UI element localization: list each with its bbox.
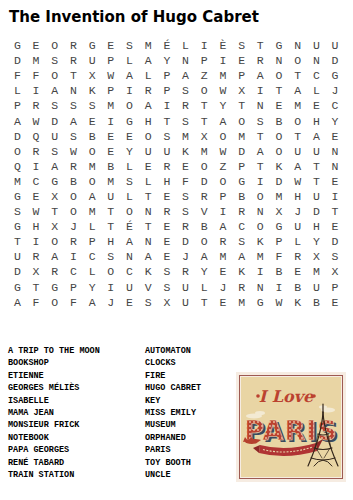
- grid-cell: E: [101, 144, 120, 159]
- grid-cell: T: [251, 38, 270, 53]
- grid-cell: T: [307, 159, 326, 174]
- grid-cell: J: [64, 219, 83, 234]
- grid-cell: K: [288, 295, 307, 310]
- grid-cell: L: [176, 38, 195, 53]
- grid-cell: H: [27, 219, 46, 234]
- grid-cell: O: [270, 68, 289, 83]
- grid-cell: L: [83, 264, 102, 279]
- grid-cell: X: [45, 189, 64, 204]
- grid-cell: B: [288, 280, 307, 295]
- grid-cell: D: [195, 174, 214, 189]
- grid-cell: N: [64, 83, 83, 98]
- grid-cell: A: [307, 129, 326, 144]
- grid-cell: R: [195, 189, 214, 204]
- grid-cell: S: [83, 98, 102, 113]
- grid-cell: X: [45, 219, 64, 234]
- grid-cell: N: [251, 98, 270, 113]
- grid-cell: R: [158, 204, 177, 219]
- grid-cell: J: [176, 249, 195, 264]
- grid-cell: T: [232, 98, 251, 113]
- grid-cell: U: [83, 53, 102, 68]
- grid-cell: E: [214, 264, 233, 279]
- grid-cell: T: [270, 83, 289, 98]
- grid-cell: T: [326, 204, 345, 219]
- grid-cell: I: [64, 249, 83, 264]
- word-list-item: MUSEUM: [145, 419, 201, 431]
- grid-cell: N: [326, 159, 345, 174]
- grid-cell: E: [139, 159, 158, 174]
- grid-cell: H: [158, 174, 177, 189]
- grid-cell: I: [101, 113, 120, 128]
- grid-cell: S: [158, 264, 177, 279]
- grid-cell: Y: [307, 234, 326, 249]
- grid-cell: K: [232, 264, 251, 279]
- grid-cell: A: [176, 68, 195, 83]
- word-list-item: HUGO CABRET: [145, 382, 201, 394]
- grid-cell: P: [64, 280, 83, 295]
- grid-cell: R: [251, 53, 270, 68]
- grid-cell: P: [101, 53, 120, 68]
- grid-cell: F: [64, 295, 83, 310]
- grid-cell: D: [326, 234, 345, 249]
- grid-cell: M: [101, 98, 120, 113]
- grid-cell: I: [214, 204, 233, 219]
- grid-cell: R: [176, 264, 195, 279]
- word-list-column-1: A TRIP TO THE MOONBOOKSHOPETIENNEGEORGES…: [8, 345, 100, 481]
- grid-cell: R: [64, 53, 83, 68]
- grid-cell: J: [326, 83, 345, 98]
- grid-cell: T: [101, 204, 120, 219]
- grid-cell: A: [64, 113, 83, 128]
- grid-cell: A: [83, 295, 102, 310]
- grid-cell: O: [270, 129, 289, 144]
- grid-cell: K: [270, 159, 289, 174]
- grid-cell: P: [101, 83, 120, 98]
- grid-cell: S: [64, 129, 83, 144]
- grid-cell: I: [27, 159, 46, 174]
- grid-cell: S: [176, 83, 195, 98]
- word-list-item: A TRIP TO THE MOON: [8, 345, 100, 357]
- grid-cell: W: [270, 295, 289, 310]
- grid-cell: C: [83, 249, 102, 264]
- grid-cell: O: [139, 129, 158, 144]
- word-list-item: FIRE: [145, 370, 201, 382]
- page-title: The Invention of Hugo Cabret: [9, 8, 259, 26]
- grid-cell: M: [214, 68, 233, 83]
- grid-cell: P: [270, 234, 289, 249]
- grid-cell: G: [120, 113, 139, 128]
- grid-cell: W: [214, 83, 233, 98]
- grid-cell: T: [195, 295, 214, 310]
- grid-cell: M: [232, 295, 251, 310]
- word-list-column-2: AUTOMATONCLOCKSFIREHUGO CABRETKEYMISS EM…: [145, 345, 201, 481]
- grid-cell: F: [176, 174, 195, 189]
- grid-cell: H: [101, 234, 120, 249]
- grid-cell: L: [8, 83, 27, 98]
- grid-cell: V: [195, 204, 214, 219]
- grid-cell: A: [120, 234, 139, 249]
- grid-cell: O: [45, 234, 64, 249]
- grid-cell: R: [27, 249, 46, 264]
- grid-cell: P: [158, 68, 177, 83]
- word-list-item: GEORGES MÉLIÈS: [8, 382, 100, 394]
- grid-cell: Z: [195, 68, 214, 83]
- grid-cell: W: [101, 68, 120, 83]
- grid-cell: A: [232, 249, 251, 264]
- grid-cell: N: [251, 204, 270, 219]
- grid-cell: U: [8, 249, 27, 264]
- grid-cell: Y: [214, 98, 233, 113]
- grid-cell: L: [139, 174, 158, 189]
- grid-cell: R: [27, 144, 46, 159]
- grid-cell: P: [158, 83, 177, 98]
- word-list-item: AUTOMATON: [145, 345, 201, 357]
- grid-cell: P: [195, 53, 214, 68]
- grid-cell: V: [139, 280, 158, 295]
- word-list-item: ISABELLE: [8, 395, 100, 407]
- grid-cell: S: [158, 280, 177, 295]
- grid-cell: O: [83, 174, 102, 189]
- grid-cell: O: [64, 189, 83, 204]
- grid-cell: B: [270, 264, 289, 279]
- grid-cell: C: [64, 264, 83, 279]
- grid-cell: B: [307, 295, 326, 310]
- grid-cell: O: [45, 68, 64, 83]
- grid-cell: E: [232, 53, 251, 68]
- grid-cell: S: [45, 144, 64, 159]
- grid-cell: S: [232, 234, 251, 249]
- grid-cell: D: [307, 204, 326, 219]
- grid-cell: U: [326, 38, 345, 53]
- grid-cell: T: [8, 234, 27, 249]
- word-list-item: MISS EMILY: [145, 407, 201, 419]
- grid-cell: E: [101, 38, 120, 53]
- grid-cell: S: [158, 129, 177, 144]
- grid-cell: S: [8, 204, 27, 219]
- grid-cell: M: [195, 144, 214, 159]
- grid-cell: T: [288, 129, 307, 144]
- grid-cell: U: [101, 189, 120, 204]
- grid-cell: S: [326, 249, 345, 264]
- grid-cell: M: [83, 204, 102, 219]
- word-list-item: PARIS: [145, 444, 201, 456]
- grid-cell: M: [8, 174, 27, 189]
- grid-cell: X: [27, 264, 46, 279]
- grid-cell: O: [45, 38, 64, 53]
- grid-cell: M: [101, 174, 120, 189]
- grid-cell: H: [288, 189, 307, 204]
- grid-cell: D: [176, 234, 195, 249]
- grid-cell: E: [158, 189, 177, 204]
- grid-cell: F: [270, 249, 289, 264]
- grid-cell: R: [232, 204, 251, 219]
- grid-cell: R: [64, 159, 83, 174]
- grid-cell: E: [326, 295, 345, 310]
- grid-cell: X: [195, 129, 214, 144]
- grid-cell: A: [139, 98, 158, 113]
- grid-cell: U: [120, 280, 139, 295]
- grid-cell: U: [307, 144, 326, 159]
- grid-cell: A: [139, 249, 158, 264]
- grid-cell: I: [101, 280, 120, 295]
- grid-cell: X: [158, 295, 177, 310]
- grid-cell: J: [288, 204, 307, 219]
- grid-cell: X: [307, 249, 326, 264]
- grid-cell: M: [27, 53, 46, 68]
- grid-cell: J: [101, 295, 120, 310]
- grid-cell: A: [139, 53, 158, 68]
- grid-cell: D: [8, 264, 27, 279]
- grid-cell: A: [251, 144, 270, 159]
- grid-cell: C: [120, 264, 139, 279]
- grid-cell: O: [195, 83, 214, 98]
- grid-cell: R: [45, 264, 64, 279]
- grid-cell: W: [214, 144, 233, 159]
- grid-cell: D: [45, 113, 64, 128]
- grid-cell: S: [176, 189, 195, 204]
- grid-cell: O: [251, 189, 270, 204]
- grid-cell: O: [120, 204, 139, 219]
- grid-cell: A: [288, 159, 307, 174]
- word-list-item: KEY: [145, 395, 201, 407]
- grid-cell: G: [270, 219, 289, 234]
- paris-postcard-svg: I Love PARIS PARIS: [236, 372, 346, 482]
- grid-cell: T: [288, 68, 307, 83]
- grid-cell: N: [270, 53, 289, 68]
- grid-cell: N: [176, 53, 195, 68]
- grid-cell: Y: [83, 280, 102, 295]
- grid-cell: P: [83, 234, 102, 249]
- grid-cell: R: [214, 234, 233, 249]
- grid-cell: R: [288, 249, 307, 264]
- grid-cell: I: [214, 53, 233, 68]
- grid-cell: O: [270, 144, 289, 159]
- grid-cell: B: [83, 129, 102, 144]
- grid-cell: G: [251, 295, 270, 310]
- grid-cell: W: [27, 204, 46, 219]
- grid-cell: M: [270, 189, 289, 204]
- grid-cell: O: [214, 174, 233, 189]
- grid-cell: B: [101, 159, 120, 174]
- grid-cell: G: [8, 280, 27, 295]
- grid-cell: A: [45, 83, 64, 98]
- grid-cell: U: [139, 144, 158, 159]
- grid-cell: U: [307, 280, 326, 295]
- grid-cell: O: [64, 204, 83, 219]
- grid-cell: U: [176, 280, 195, 295]
- grid-cell: B: [232, 189, 251, 204]
- grid-cell: P: [326, 280, 345, 295]
- grid-cell: L: [83, 219, 102, 234]
- grid-cell: E: [326, 174, 345, 189]
- word-list-item: ORPHANED: [145, 432, 201, 444]
- grid-cell: O: [83, 144, 102, 159]
- grid-cell: N: [139, 204, 158, 219]
- grid-cell: E: [120, 295, 139, 310]
- grid-cell: D: [8, 53, 27, 68]
- word-list-item: MAMA JEAN: [8, 407, 100, 419]
- grid-cell: M: [232, 129, 251, 144]
- grid-cell: S: [251, 113, 270, 128]
- grid-cell: B: [64, 174, 83, 189]
- grid-cell: K: [251, 234, 270, 249]
- grid-cell: J: [214, 280, 233, 295]
- grid-cell: A: [8, 295, 27, 310]
- grid-cell: G: [45, 174, 64, 189]
- grid-cell: P: [8, 98, 27, 113]
- grid-cell: M: [139, 38, 158, 53]
- grid-cell: T: [139, 189, 158, 204]
- word-list-item: TOY BOOTH: [145, 457, 201, 469]
- grid-cell: I: [195, 38, 214, 53]
- word-list-item: CLOCKS: [145, 357, 201, 369]
- grid-cell: O: [232, 113, 251, 128]
- grid-cell: G: [8, 38, 27, 53]
- grid-cell: L: [120, 159, 139, 174]
- grid-cell: U: [307, 189, 326, 204]
- grid-cell: M: [288, 98, 307, 113]
- grid-cell: U: [176, 295, 195, 310]
- grid-cell: G: [326, 68, 345, 83]
- grid-cell: I: [251, 174, 270, 189]
- grid-cell: E: [27, 189, 46, 204]
- grid-cell: B: [195, 219, 214, 234]
- grid-cell: U: [288, 144, 307, 159]
- grid-cell: T: [45, 204, 64, 219]
- grid-cell: G: [8, 219, 27, 234]
- grid-cell: R: [64, 38, 83, 53]
- grid-cell: D: [270, 174, 289, 189]
- grid-cell: H: [307, 113, 326, 128]
- grid-cell: Y: [195, 264, 214, 279]
- grid-cell: T: [251, 129, 270, 144]
- paris-postcard-image: I Love PARIS PARIS: [236, 372, 346, 482]
- grid-cell: L: [288, 234, 307, 249]
- grid-cell: T: [251, 159, 270, 174]
- grid-cell: S: [120, 38, 139, 53]
- grid-cell: X: [83, 68, 102, 83]
- grid-cell: O: [288, 113, 307, 128]
- grid-cell: I: [27, 83, 46, 98]
- grid-cell: M: [307, 264, 326, 279]
- word-list-item: PAPA GEORGES: [8, 444, 100, 456]
- grid-cell: S: [64, 98, 83, 113]
- grid-cell: G: [8, 189, 27, 204]
- grid-cell: P: [232, 68, 251, 83]
- grid-cell: W: [288, 174, 307, 189]
- grid-cell: S: [232, 38, 251, 53]
- grid-cell: A: [120, 68, 139, 83]
- grid-cell: T: [64, 68, 83, 83]
- grid-cell: M: [251, 249, 270, 264]
- grid-cell: T: [195, 113, 214, 128]
- grid-cell: I: [270, 280, 289, 295]
- grid-cell: S: [120, 174, 139, 189]
- word-list-item: UNCLE: [145, 469, 201, 481]
- grid-cell: S: [45, 98, 64, 113]
- grid-cell: W: [27, 113, 46, 128]
- grid-cell: C: [27, 174, 46, 189]
- grid-cell: O: [195, 234, 214, 249]
- grid-cell: A: [288, 83, 307, 98]
- grid-cell: C: [232, 219, 251, 234]
- grid-cell: R: [158, 159, 177, 174]
- grid-cell: I: [120, 83, 139, 98]
- grid-cell: D: [8, 129, 27, 144]
- grid-cell: N: [139, 234, 158, 249]
- grid-cell: A: [195, 249, 214, 264]
- grid-cell: O: [251, 219, 270, 234]
- grid-cell: E: [27, 38, 46, 53]
- grid-cell: A: [214, 219, 233, 234]
- grid-cell: A: [45, 159, 64, 174]
- grid-cell: W: [64, 144, 83, 159]
- grid-cell: E: [307, 98, 326, 113]
- grid-cell: L: [139, 68, 158, 83]
- grid-cell: H: [307, 219, 326, 234]
- grid-cell: O: [214, 129, 233, 144]
- grid-cell: S: [176, 204, 195, 219]
- grid-cell: R: [232, 280, 251, 295]
- grid-cell: A: [214, 113, 233, 128]
- grid-cell: M: [176, 129, 195, 144]
- grid-cell: R: [139, 83, 158, 98]
- grid-cell: O: [101, 264, 120, 279]
- grid-cell: I: [251, 83, 270, 98]
- grid-cell: U: [45, 129, 64, 144]
- grid-cell: O: [195, 159, 214, 174]
- grid-cell: F: [27, 295, 46, 310]
- grid-cell: E: [270, 98, 289, 113]
- grid-cell: L: [195, 280, 214, 295]
- grid-cell: T: [101, 219, 120, 234]
- grid-cell: E: [101, 129, 120, 144]
- word-list-item: MONSIEUR FRICK: [8, 419, 100, 431]
- grid-cell: T: [139, 219, 158, 234]
- grid-cell: A: [83, 189, 102, 204]
- grid-cell: L: [120, 189, 139, 204]
- grid-cell: S: [176, 113, 195, 128]
- grid-cell: T: [27, 280, 46, 295]
- grid-cell: Q: [8, 159, 27, 174]
- grid-cell: D: [232, 144, 251, 159]
- grid-cell: O: [8, 144, 27, 159]
- word-list-item: TRAIN STATION: [8, 469, 100, 481]
- grid-cell: A: [45, 249, 64, 264]
- word-list-item: ETIENNE: [8, 370, 100, 382]
- grid-cell: X: [232, 83, 251, 98]
- grid-cell: C: [326, 98, 345, 113]
- grid-cell: E: [158, 249, 177, 264]
- grid-cell: N: [307, 53, 326, 68]
- grid-cell: R: [27, 98, 46, 113]
- grid-cell: T: [307, 174, 326, 189]
- grid-cell: G: [270, 38, 289, 53]
- grid-cell: K: [176, 144, 195, 159]
- word-list-item: RENÉ TABARD: [8, 457, 100, 469]
- grid-cell: Z: [214, 159, 233, 174]
- grid-cell: I: [326, 189, 345, 204]
- grid-cell: D: [326, 53, 345, 68]
- grid-cell: É: [120, 219, 139, 234]
- grid-cell: I: [27, 234, 46, 249]
- grid-cell: N: [251, 280, 270, 295]
- grid-cell: P: [214, 189, 233, 204]
- grid-cell: M: [214, 249, 233, 264]
- grid-cell: B: [270, 113, 289, 128]
- grid-cell: E: [158, 234, 177, 249]
- grid-cell: S: [101, 249, 120, 264]
